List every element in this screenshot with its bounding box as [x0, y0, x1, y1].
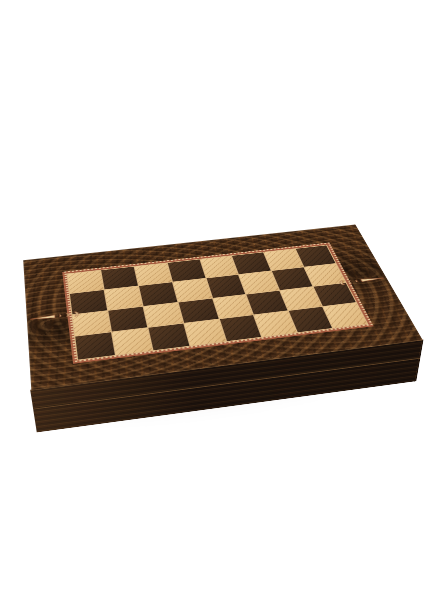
board-square [219, 315, 261, 341]
board-square [323, 303, 367, 328]
board-square [178, 298, 218, 323]
checkerboard [66, 245, 368, 361]
board-square [104, 286, 142, 310]
board-square [112, 328, 152, 355]
board-square [139, 282, 177, 306]
board-square [143, 302, 182, 327]
board-square [213, 294, 254, 318]
board-square [75, 332, 115, 359]
board-square [148, 324, 189, 350]
trim-border [62, 242, 373, 363]
product-photo [0, 0, 424, 600]
board-square [254, 311, 297, 337]
game-case [23, 225, 423, 391]
board-square [289, 307, 332, 332]
crescent-spike-icon [30, 309, 81, 325]
corner-inlay-left [30, 309, 81, 325]
board-square [108, 306, 147, 331]
board-square [72, 311, 110, 337]
board-square [184, 320, 225, 346]
board-square [70, 290, 107, 314]
board-square [173, 278, 212, 301]
